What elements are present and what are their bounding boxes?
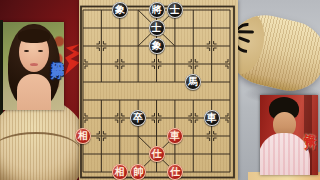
player-photo-left: 梁妍婷 (3, 22, 64, 110)
lips (30, 63, 38, 66)
piece-red-仕[interactable]: 仕 (167, 164, 183, 180)
eye (38, 50, 43, 52)
piece-black-士[interactable]: 士 (167, 2, 183, 18)
shirt (260, 133, 310, 175)
piece-red-仕[interactable]: 仕 (149, 146, 165, 162)
piece-black-車[interactable]: 車 (204, 110, 220, 126)
hair-fringe (18, 29, 50, 43)
piece-red-車[interactable]: 車 (167, 128, 183, 144)
piece-black-卒[interactable]: 卒 (130, 110, 146, 126)
player-name-left: 梁妍婷 (51, 51, 64, 57)
piece-black-士[interactable]: 士 (149, 20, 165, 36)
player-name-right: 许银川 (304, 123, 316, 129)
piece-red-相[interactable]: 相 (112, 164, 128, 180)
carved-character-stroke (238, 30, 254, 33)
piece-red-相[interactable]: 相 (75, 128, 91, 144)
shoulder (17, 74, 51, 110)
piece-black-象[interactable]: 象 (149, 38, 165, 54)
video-frame: 象將士士象馬卒車相車仕相帥仕 梁妍婷 许银川 (0, 0, 320, 180)
eye (24, 50, 29, 52)
piece-black-象[interactable]: 象 (112, 2, 128, 18)
piece-red-帥[interactable]: 帥 (130, 164, 146, 180)
piece-black-將[interactable]: 將 (149, 2, 165, 18)
player-photo-right: 许银川 (260, 95, 318, 175)
